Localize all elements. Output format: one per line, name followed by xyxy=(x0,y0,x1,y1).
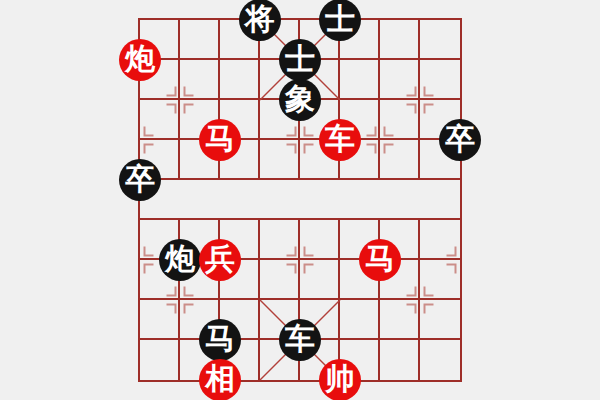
red-soldier[interactable]: 兵 xyxy=(199,239,241,281)
piece-glyph: 象 xyxy=(285,84,315,114)
black-advisor[interactable]: 士 xyxy=(279,39,321,81)
black-soldier[interactable]: 卒 xyxy=(119,159,161,201)
piece-glyph: 车 xyxy=(285,324,315,354)
red-chariot[interactable]: 车 xyxy=(319,119,361,161)
piece-glyph: 炮 xyxy=(125,44,155,74)
black-general[interactable]: 将 xyxy=(239,0,281,41)
piece-glyph: 士 xyxy=(285,44,315,74)
piece-glyph: 马 xyxy=(205,324,235,354)
piece-glyph: 将 xyxy=(245,4,275,34)
red-elephant[interactable]: 相 xyxy=(199,359,241,400)
red-horse[interactable]: 马 xyxy=(199,119,241,161)
red-general[interactable]: 帅 xyxy=(319,359,361,400)
piece-glyph: 马 xyxy=(205,124,235,154)
black-cannon[interactable]: 炮 xyxy=(159,239,201,281)
piece-glyph: 卒 xyxy=(445,124,475,154)
xiangqi-app: 将士士象卒卒炮马车炮马车兵马相帅 xyxy=(0,0,600,400)
pieces-layer: 将士士象卒卒炮马车炮马车兵马相帅 xyxy=(0,0,600,400)
piece-glyph: 炮 xyxy=(165,244,195,274)
piece-glyph: 帅 xyxy=(325,364,355,394)
piece-glyph: 车 xyxy=(325,124,355,154)
piece-glyph: 卒 xyxy=(125,164,155,194)
piece-glyph: 相 xyxy=(205,364,235,394)
black-chariot[interactable]: 车 xyxy=(279,319,321,361)
red-horse[interactable]: 马 xyxy=(359,239,401,281)
piece-glyph: 士 xyxy=(325,4,355,34)
piece-glyph: 马 xyxy=(365,244,395,274)
black-soldier[interactable]: 卒 xyxy=(439,119,481,161)
black-elephant[interactable]: 象 xyxy=(279,79,321,121)
black-horse[interactable]: 马 xyxy=(199,319,241,361)
black-advisor[interactable]: 士 xyxy=(319,0,361,41)
red-cannon[interactable]: 炮 xyxy=(119,39,161,81)
piece-glyph: 兵 xyxy=(205,244,235,274)
